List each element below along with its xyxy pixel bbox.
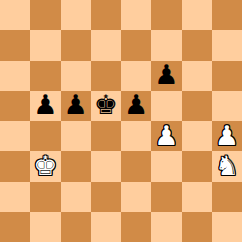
square-h4[interactable]: ♟ (212, 121, 242, 151)
square-e5[interactable]: ♟ (121, 91, 151, 121)
square-b6[interactable] (30, 61, 60, 91)
square-c1[interactable] (61, 212, 91, 242)
square-e1[interactable] (121, 212, 151, 242)
black-pawn-piece[interactable]: ♟ (64, 91, 88, 118)
square-g7[interactable] (182, 30, 212, 60)
black-pawn-piece[interactable]: ♟ (124, 91, 148, 118)
square-g6[interactable] (182, 61, 212, 91)
square-a6[interactable] (0, 61, 30, 91)
square-d4[interactable] (91, 121, 121, 151)
black-pawn-piece[interactable]: ♟ (154, 61, 178, 88)
square-e3[interactable] (121, 151, 151, 181)
square-g8[interactable] (182, 0, 212, 30)
white-pawn-piece[interactable]: ♟ (154, 122, 178, 149)
square-g1[interactable] (182, 212, 212, 242)
square-d5[interactable]: ♚ (91, 91, 121, 121)
square-e4[interactable] (121, 121, 151, 151)
black-king-piece[interactable]: ♚ (94, 91, 118, 118)
square-b1[interactable] (30, 212, 60, 242)
square-e6[interactable] (121, 61, 151, 91)
square-f7[interactable] (151, 30, 181, 60)
square-h2[interactable] (212, 182, 242, 212)
square-b5[interactable]: ♟ (30, 91, 60, 121)
square-e7[interactable] (121, 30, 151, 60)
square-d2[interactable] (91, 182, 121, 212)
square-e2[interactable] (121, 182, 151, 212)
square-c8[interactable] (61, 0, 91, 30)
square-h1[interactable] (212, 212, 242, 242)
square-a3[interactable] (0, 151, 30, 181)
square-h6[interactable] (212, 61, 242, 91)
square-a1[interactable] (0, 212, 30, 242)
square-f8[interactable] (151, 0, 181, 30)
square-f5[interactable] (151, 91, 181, 121)
square-g2[interactable] (182, 182, 212, 212)
square-h8[interactable] (212, 0, 242, 30)
white-king-piece[interactable]: ♚ (33, 152, 57, 179)
square-b2[interactable] (30, 182, 60, 212)
white-knight-piece[interactable]: ♞ (215, 152, 239, 179)
black-pawn-piece[interactable]: ♟ (33, 91, 57, 118)
square-d8[interactable] (91, 0, 121, 30)
square-b7[interactable] (30, 30, 60, 60)
square-g3[interactable] (182, 151, 212, 181)
square-c4[interactable] (61, 121, 91, 151)
square-a7[interactable] (0, 30, 30, 60)
square-d6[interactable] (91, 61, 121, 91)
square-g5[interactable] (182, 91, 212, 121)
square-d7[interactable] (91, 30, 121, 60)
square-a8[interactable] (0, 0, 30, 30)
square-h7[interactable] (212, 30, 242, 60)
white-pawn-piece[interactable]: ♟ (215, 122, 239, 149)
square-d3[interactable] (91, 151, 121, 181)
square-b4[interactable] (30, 121, 60, 151)
square-a4[interactable] (0, 121, 30, 151)
square-f6[interactable]: ♟ (151, 61, 181, 91)
square-c2[interactable] (61, 182, 91, 212)
square-g4[interactable] (182, 121, 212, 151)
square-c7[interactable] (61, 30, 91, 60)
square-a2[interactable] (0, 182, 30, 212)
square-d1[interactable] (91, 212, 121, 242)
square-e8[interactable] (121, 0, 151, 30)
chess-board: ♟♟♟♚♟♟♟♚♞ (0, 0, 242, 242)
square-b3[interactable]: ♚ (30, 151, 60, 181)
square-f4[interactable]: ♟ (151, 121, 181, 151)
square-h5[interactable] (212, 91, 242, 121)
square-f2[interactable] (151, 182, 181, 212)
square-f1[interactable] (151, 212, 181, 242)
square-c5[interactable]: ♟ (61, 91, 91, 121)
square-f3[interactable] (151, 151, 181, 181)
square-h3[interactable]: ♞ (212, 151, 242, 181)
square-a5[interactable] (0, 91, 30, 121)
square-c6[interactable] (61, 61, 91, 91)
square-b8[interactable] (30, 0, 60, 30)
square-c3[interactable] (61, 151, 91, 181)
